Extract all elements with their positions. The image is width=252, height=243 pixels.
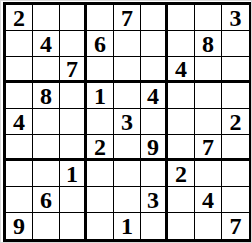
cell-r2c7[interactable]: [168, 31, 195, 57]
cell-r2c1[interactable]: [6, 31, 33, 57]
cell-r5c4[interactable]: [87, 109, 114, 135]
cell-r5c8[interactable]: [195, 109, 222, 135]
cell-r9c7[interactable]: [168, 213, 195, 239]
cell-r1c9[interactable]: 3: [222, 5, 249, 31]
cell-r5c1[interactable]: 4: [6, 109, 33, 135]
cell-r6c3[interactable]: [60, 135, 87, 161]
cell-r1c2[interactable]: [33, 5, 60, 31]
cell-r7c8[interactable]: [195, 161, 222, 187]
cell-r8c8[interactable]: 4: [195, 187, 222, 213]
cell-r5c7[interactable]: [168, 109, 195, 135]
cell-r9c5[interactable]: 1: [114, 213, 141, 239]
cell-r9c9[interactable]: 7: [222, 213, 249, 239]
cell-r8c5[interactable]: [114, 187, 141, 213]
cell-r2c2[interactable]: 4: [33, 31, 60, 57]
cell-r6c7[interactable]: [168, 135, 195, 161]
cell-r1c6[interactable]: [141, 5, 168, 31]
cell-r8c6[interactable]: 3: [141, 187, 168, 213]
cell-r7c1[interactable]: [6, 161, 33, 187]
cell-r5c2[interactable]: [33, 109, 60, 135]
cell-r6c6[interactable]: 9: [141, 135, 168, 161]
cell-r1c5[interactable]: 7: [114, 5, 141, 31]
cell-r3c4[interactable]: [87, 57, 114, 83]
cell-r5c3[interactable]: [60, 109, 87, 135]
cell-r3c3[interactable]: 7: [60, 57, 87, 83]
cell-r8c7[interactable]: [168, 187, 195, 213]
cell-r4c3[interactable]: [60, 83, 87, 109]
cell-r4c7[interactable]: [168, 83, 195, 109]
cell-r8c9[interactable]: [222, 187, 249, 213]
cell-r4c6[interactable]: 4: [141, 83, 168, 109]
page-background: 2734687481443229712634917: [0, 0, 252, 243]
cell-r6c4[interactable]: 2: [87, 135, 114, 161]
cell-r4c5[interactable]: [114, 83, 141, 109]
cell-r9c2[interactable]: [33, 213, 60, 239]
cell-r6c2[interactable]: [33, 135, 60, 161]
cell-r4c9[interactable]: [222, 83, 249, 109]
cell-r1c4[interactable]: [87, 5, 114, 31]
cell-r3c9[interactable]: [222, 57, 249, 83]
cell-r4c4[interactable]: 1: [87, 83, 114, 109]
cell-r6c8[interactable]: 7: [195, 135, 222, 161]
cell-r2c9[interactable]: [222, 31, 249, 57]
cell-r5c9[interactable]: 2: [222, 109, 249, 135]
cell-r7c9[interactable]: [222, 161, 249, 187]
cell-r3c1[interactable]: [6, 57, 33, 83]
cell-r9c6[interactable]: [141, 213, 168, 239]
cell-r8c3[interactable]: [60, 187, 87, 213]
cell-r2c5[interactable]: [114, 31, 141, 57]
cell-r3c7[interactable]: 4: [168, 57, 195, 83]
cell-r7c4[interactable]: [87, 161, 114, 187]
cell-r4c2[interactable]: 8: [33, 83, 60, 109]
cell-r1c3[interactable]: [60, 5, 87, 31]
cell-r2c6[interactable]: [141, 31, 168, 57]
cell-r2c8[interactable]: 8: [195, 31, 222, 57]
sudoku-board: 2734687481443229712634917: [3, 2, 252, 242]
cell-r9c3[interactable]: [60, 213, 87, 239]
cell-r8c2[interactable]: 6: [33, 187, 60, 213]
cell-r8c1[interactable]: [6, 187, 33, 213]
cell-r6c9[interactable]: [222, 135, 249, 161]
cell-r7c3[interactable]: 1: [60, 161, 87, 187]
cell-r9c1[interactable]: 9: [6, 213, 33, 239]
cell-r9c4[interactable]: [87, 213, 114, 239]
cell-r7c6[interactable]: [141, 161, 168, 187]
cell-r2c4[interactable]: 6: [87, 31, 114, 57]
cell-r4c1[interactable]: [6, 83, 33, 109]
cell-r2c3[interactable]: [60, 31, 87, 57]
cell-r3c6[interactable]: [141, 57, 168, 83]
cell-r3c2[interactable]: [33, 57, 60, 83]
cell-r8c4[interactable]: [87, 187, 114, 213]
cell-r6c5[interactable]: [114, 135, 141, 161]
cell-r7c5[interactable]: [114, 161, 141, 187]
cell-r1c7[interactable]: [168, 5, 195, 31]
cell-r5c5[interactable]: 3: [114, 109, 141, 135]
cell-r4c8[interactable]: [195, 83, 222, 109]
cell-r6c1[interactable]: [6, 135, 33, 161]
cell-r7c7[interactable]: 2: [168, 161, 195, 187]
cell-r5c6[interactable]: [141, 109, 168, 135]
cell-r3c8[interactable]: [195, 57, 222, 83]
cell-r1c1[interactable]: 2: [6, 5, 33, 31]
cell-r3c5[interactable]: [114, 57, 141, 83]
cell-r9c8[interactable]: [195, 213, 222, 239]
cell-r1c8[interactable]: [195, 5, 222, 31]
cell-r7c2[interactable]: [33, 161, 60, 187]
